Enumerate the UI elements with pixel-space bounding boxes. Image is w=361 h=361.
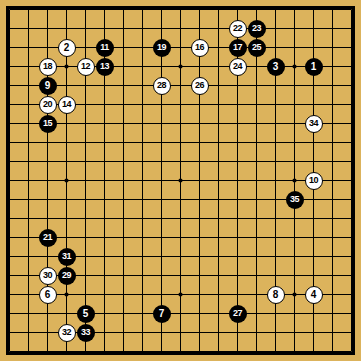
- stone-18-white-c16: 18: [39, 58, 57, 76]
- stone-24-white-n16: 24: [229, 58, 247, 76]
- stone-16-white-l17: 16: [191, 39, 209, 57]
- stone-19-black-j17: 19: [153, 39, 171, 57]
- stone-8-white-p4: 8: [267, 286, 285, 304]
- go-board[interactable]: 1234567891011121314151617181920212223242…: [0, 0, 361, 361]
- stone-9-black-c15: 9: [39, 77, 57, 95]
- stone-14-white-d14: 14: [58, 96, 76, 114]
- stone-5-black-e3: 5: [77, 305, 95, 323]
- stone-22-white-n18: 22: [229, 20, 247, 38]
- stone-6-white-c4: 6: [39, 286, 57, 304]
- stones-layer: 1234567891011121314151617181920212223242…: [0, 0, 361, 361]
- stone-28-white-j15: 28: [153, 77, 171, 95]
- stone-20-white-c14: 20: [39, 96, 57, 114]
- stone-26-white-l15: 26: [191, 77, 209, 95]
- stone-1-black-r16: 1: [305, 58, 323, 76]
- stone-35-black-q9: 35: [286, 191, 304, 209]
- stone-17-black-n17: 17: [229, 39, 247, 57]
- stone-30-white-c5: 30: [39, 267, 57, 285]
- stone-3-black-p16: 3: [267, 58, 285, 76]
- stone-7-black-j3: 7: [153, 305, 171, 323]
- stone-21-black-c7: 21: [39, 229, 57, 247]
- stone-33-black-e2: 33: [77, 324, 95, 342]
- stone-10-white-r10: 10: [305, 172, 323, 190]
- stone-32-white-d2: 32: [58, 324, 76, 342]
- stone-27-black-n3: 27: [229, 305, 247, 323]
- stone-23-black-o18: 23: [248, 20, 266, 38]
- stone-13-black-f16: 13: [96, 58, 114, 76]
- stone-25-black-o17: 25: [248, 39, 266, 57]
- stone-34-white-r13: 34: [305, 115, 323, 133]
- stone-11-black-f17: 11: [96, 39, 114, 57]
- stone-2-white-d17: 2: [58, 39, 76, 57]
- stone-15-black-c13: 15: [39, 115, 57, 133]
- stone-31-black-d6: 31: [58, 248, 76, 266]
- stone-12-white-e16: 12: [77, 58, 95, 76]
- stone-29-black-d5: 29: [58, 267, 76, 285]
- stone-4-white-r4: 4: [305, 286, 323, 304]
